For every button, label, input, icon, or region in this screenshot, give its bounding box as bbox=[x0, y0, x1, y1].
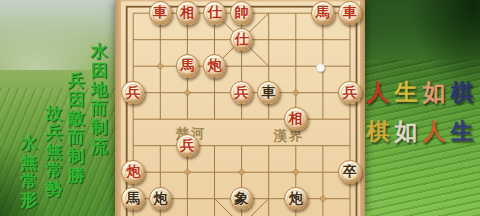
motto-line-1: 人生如棋 bbox=[364, 77, 480, 108]
piece-disc: 車 bbox=[257, 81, 281, 105]
piece-black-cannon[interactable]: 炮 bbox=[282, 185, 309, 212]
piece-red-horse[interactable]: 馬 bbox=[174, 53, 201, 80]
background-tree-foliage bbox=[412, 0, 480, 88]
poem-column-1: 水因地而制流 bbox=[90, 42, 108, 156]
piece-black-horse[interactable]: 馬 bbox=[120, 185, 147, 212]
piece-disc: 車 bbox=[338, 1, 362, 25]
piece-glyph: 仕 bbox=[207, 6, 221, 20]
piece-glyph: 仕 bbox=[235, 33, 249, 47]
piece-disc: 兵 bbox=[176, 134, 200, 158]
motto-character: 棋 bbox=[364, 116, 392, 147]
piece-red-cannon[interactable]: 炮 bbox=[120, 159, 147, 186]
piece-red-elephant[interactable]: 相 bbox=[174, 0, 201, 26]
piece-disc: 相 bbox=[284, 107, 308, 131]
piece-glyph: 馬 bbox=[316, 6, 330, 20]
motto-character: 人 bbox=[420, 116, 448, 147]
poem-character: 而 bbox=[90, 99, 108, 118]
poem-character: 制 bbox=[67, 147, 85, 166]
poem-character: 因 bbox=[90, 61, 108, 80]
poem-character: 勝 bbox=[67, 166, 85, 185]
motto-character: 生 bbox=[448, 116, 476, 147]
piece-red-soldier[interactable]: 兵 bbox=[228, 79, 255, 106]
piece-disc: 炮 bbox=[149, 187, 173, 211]
motto-line-2: 棋如人生 bbox=[364, 116, 480, 147]
piece-disc: 仕 bbox=[230, 28, 254, 52]
poem-character: 常 bbox=[20, 172, 38, 191]
piece-disc: 卒 bbox=[338, 160, 362, 184]
piece-disc: 馬 bbox=[176, 54, 200, 78]
piece-red-chariot[interactable]: 車 bbox=[336, 0, 363, 26]
piece-disc: 炮 bbox=[284, 187, 308, 211]
piece-disc: 兵 bbox=[121, 81, 145, 105]
motto-character: 生 bbox=[392, 77, 420, 108]
poem-column-4: 水無常形 bbox=[20, 134, 38, 210]
xiangqi-app-scene: 水因地而制流 兵因敵而制勝 故兵無常勢 水無常形 楚河 漢界 車相仕帥馬車仕馬炮… bbox=[0, 0, 480, 216]
poem-character: 故 bbox=[45, 104, 63, 123]
poem-character: 無 bbox=[20, 153, 38, 172]
piece-red-chariot[interactable]: 車 bbox=[147, 0, 174, 26]
piece-disc: 炮 bbox=[203, 54, 227, 78]
piece-disc: 帥 bbox=[230, 1, 254, 25]
poem-character: 勢 bbox=[45, 180, 63, 199]
piece-red-horse[interactable]: 馬 bbox=[309, 0, 336, 26]
motto-character: 如 bbox=[420, 77, 448, 108]
poem-character: 流 bbox=[90, 137, 108, 156]
poem-character: 無 bbox=[45, 142, 63, 161]
piece-glyph: 帥 bbox=[235, 6, 249, 20]
poem-character: 水 bbox=[20, 134, 38, 153]
piece-glyph: 馬 bbox=[180, 59, 194, 73]
piece-red-soldier[interactable]: 兵 bbox=[174, 132, 201, 159]
poem-character: 因 bbox=[67, 90, 85, 109]
piece-red-advisor[interactable]: 仕 bbox=[228, 26, 255, 53]
poem-column-3: 故兵無常勢 bbox=[45, 104, 63, 199]
piece-glyph: 車 bbox=[343, 6, 357, 20]
piece-disc: 車 bbox=[149, 1, 173, 25]
piece-red-cannon[interactable]: 炮 bbox=[201, 53, 228, 80]
piece-disc: 馬 bbox=[121, 187, 145, 211]
poem-character: 水 bbox=[90, 42, 108, 61]
piece-glyph: 兵 bbox=[343, 86, 357, 100]
piece-black-cannon[interactable]: 炮 bbox=[147, 185, 174, 212]
piece-red-soldier[interactable]: 兵 bbox=[336, 79, 363, 106]
piece-glyph: 兵 bbox=[126, 86, 140, 100]
piece-disc: 炮 bbox=[121, 160, 145, 184]
xiangqi-board[interactable]: 楚河 漢界 車相仕帥馬車仕馬炮兵兵車兵相兵炮卒馬炮象炮 bbox=[115, 0, 365, 216]
motto-character: 人 bbox=[364, 77, 392, 108]
piece-glyph: 炮 bbox=[126, 165, 140, 179]
poem-character: 制 bbox=[90, 118, 108, 137]
piece-black-chariot[interactable]: 車 bbox=[255, 79, 282, 106]
piece-glyph: 象 bbox=[235, 192, 249, 206]
motto-character: 如 bbox=[392, 116, 420, 147]
piece-grid: 車相仕帥馬車仕馬炮兵兵車兵相兵炮卒馬炮象炮 bbox=[120, 0, 364, 216]
piece-glyph: 炮 bbox=[207, 59, 221, 73]
piece-disc: 仕 bbox=[203, 1, 227, 25]
poem-character: 地 bbox=[90, 80, 108, 99]
motto-character: 棋 bbox=[448, 77, 476, 108]
poem-character: 兵 bbox=[67, 71, 85, 90]
piece-disc: 兵 bbox=[230, 81, 254, 105]
piece-disc: 相 bbox=[176, 1, 200, 25]
piece-glyph: 卒 bbox=[343, 165, 357, 179]
piece-black-soldier[interactable]: 卒 bbox=[336, 159, 363, 186]
piece-black-elephant[interactable]: 象 bbox=[228, 185, 255, 212]
piece-glyph: 相 bbox=[289, 112, 303, 126]
piece-disc: 象 bbox=[230, 187, 254, 211]
piece-glyph: 炮 bbox=[289, 192, 303, 206]
poem-character: 常 bbox=[45, 161, 63, 180]
piece-glyph: 炮 bbox=[153, 192, 167, 206]
piece-red-general[interactable]: 帥 bbox=[228, 0, 255, 26]
piece-red-elephant[interactable]: 相 bbox=[282, 106, 309, 133]
poem-character: 形 bbox=[20, 191, 38, 210]
piece-glyph: 馬 bbox=[126, 192, 140, 206]
poem-character: 兵 bbox=[45, 123, 63, 142]
poem-character: 敵 bbox=[67, 109, 85, 128]
piece-disc: 馬 bbox=[311, 1, 335, 25]
poem-column-2: 兵因敵而制勝 bbox=[67, 71, 85, 185]
piece-glyph: 相 bbox=[180, 6, 194, 20]
piece-red-soldier[interactable]: 兵 bbox=[120, 79, 147, 106]
piece-disc: 兵 bbox=[338, 81, 362, 105]
piece-glyph: 車 bbox=[153, 6, 167, 20]
piece-glyph: 兵 bbox=[180, 139, 194, 153]
piece-glyph: 車 bbox=[262, 86, 276, 100]
piece-red-advisor[interactable]: 仕 bbox=[201, 0, 228, 26]
piece-glyph: 兵 bbox=[235, 86, 249, 100]
poem-character: 而 bbox=[67, 128, 85, 147]
